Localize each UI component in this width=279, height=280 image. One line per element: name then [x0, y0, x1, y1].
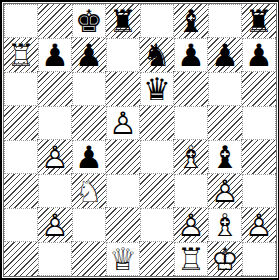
black-pawn-b7: ♟	[38, 38, 72, 72]
black-rook-h8: ♜	[242, 4, 276, 38]
square-f1[interactable]: ♖	[174, 242, 208, 276]
black-queen-e6: ♛	[140, 72, 174, 106]
square-c8[interactable]: ♚	[72, 4, 106, 38]
square-h3[interactable]	[242, 174, 276, 208]
square-c2[interactable]	[72, 208, 106, 242]
diagram-frame: ♚♜♝♜♖♟♟♞♟♟♟♛♙♙♟♗♝♘♙♙♙♗♙♕♖♔	[0, 0, 279, 280]
white-pawn-d5: ♙	[106, 106, 140, 140]
square-f6[interactable]	[174, 72, 208, 106]
square-a3[interactable]	[4, 174, 38, 208]
square-d3[interactable]	[106, 174, 140, 208]
square-d7[interactable]	[106, 38, 140, 72]
square-h1[interactable]	[242, 242, 276, 276]
black-bishop-f8: ♝	[174, 4, 208, 38]
black-pawn-f7: ♟	[174, 38, 208, 72]
square-d1[interactable]: ♕	[106, 242, 140, 276]
square-e2[interactable]	[140, 208, 174, 242]
square-g7[interactable]: ♟	[208, 38, 242, 72]
square-e7[interactable]: ♞	[140, 38, 174, 72]
square-e6[interactable]: ♛	[140, 72, 174, 106]
square-g4[interactable]: ♝	[208, 140, 242, 174]
square-d5[interactable]: ♙	[106, 106, 140, 140]
square-d2[interactable]	[106, 208, 140, 242]
white-rook-a7: ♖	[4, 38, 38, 72]
square-d8[interactable]: ♜	[106, 4, 140, 38]
square-e1[interactable]	[140, 242, 174, 276]
square-g3[interactable]: ♙	[208, 174, 242, 208]
square-b2[interactable]: ♙	[38, 208, 72, 242]
square-g5[interactable]	[208, 106, 242, 140]
black-pawn-h7: ♟	[242, 38, 276, 72]
square-h4[interactable]	[242, 140, 276, 174]
black-rook-d8: ♜	[106, 4, 140, 38]
square-a5[interactable]	[4, 106, 38, 140]
square-d4[interactable]	[106, 140, 140, 174]
square-a6[interactable]	[4, 72, 38, 106]
square-f4[interactable]: ♗	[174, 140, 208, 174]
square-h6[interactable]	[242, 72, 276, 106]
square-c1[interactable]	[72, 242, 106, 276]
square-h2[interactable]: ♙	[242, 208, 276, 242]
square-b7[interactable]: ♟	[38, 38, 72, 72]
square-a2[interactable]	[4, 208, 38, 242]
square-g2[interactable]: ♗	[208, 208, 242, 242]
square-a7[interactable]: ♖	[4, 38, 38, 72]
white-pawn-h2: ♙	[242, 208, 276, 242]
white-pawn-b2: ♙	[38, 208, 72, 242]
white-rook-f1: ♖	[174, 242, 208, 276]
square-c3[interactable]: ♘	[72, 174, 106, 208]
square-g6[interactable]	[208, 72, 242, 106]
black-bishop-g4: ♝	[208, 140, 242, 174]
square-b8[interactable]	[38, 4, 72, 38]
square-f7[interactable]: ♟	[174, 38, 208, 72]
square-h8[interactable]: ♜	[242, 4, 276, 38]
square-g8[interactable]	[208, 4, 242, 38]
chess-board: ♚♜♝♜♖♟♟♞♟♟♟♛♙♙♟♗♝♘♙♙♙♗♙♕♖♔	[3, 3, 277, 277]
square-c6[interactable]	[72, 72, 106, 106]
black-knight-e7: ♞	[140, 38, 174, 72]
square-e4[interactable]	[140, 140, 174, 174]
white-bishop-g2: ♗	[208, 208, 242, 242]
square-a4[interactable]	[4, 140, 38, 174]
square-h5[interactable]	[242, 106, 276, 140]
square-b3[interactable]	[38, 174, 72, 208]
square-b6[interactable]	[38, 72, 72, 106]
white-knight-c3: ♘	[72, 174, 106, 208]
black-pawn-c4: ♟	[72, 140, 106, 174]
square-c4[interactable]: ♟	[72, 140, 106, 174]
square-f3[interactable]	[174, 174, 208, 208]
square-d6[interactable]	[106, 72, 140, 106]
square-e8[interactable]	[140, 4, 174, 38]
square-f8[interactable]: ♝	[174, 4, 208, 38]
square-e3[interactable]	[140, 174, 174, 208]
white-king-g1: ♔	[208, 242, 242, 276]
square-h7[interactable]: ♟	[242, 38, 276, 72]
white-pawn-b4: ♙	[38, 140, 72, 174]
square-a8[interactable]	[4, 4, 38, 38]
square-g1[interactable]: ♔	[208, 242, 242, 276]
white-queen-d1: ♕	[106, 242, 140, 276]
square-c5[interactable]	[72, 106, 106, 140]
white-pawn-f2: ♙	[174, 208, 208, 242]
square-f2[interactable]: ♙	[174, 208, 208, 242]
square-b1[interactable]	[38, 242, 72, 276]
square-e5[interactable]	[140, 106, 174, 140]
black-pawn-c7: ♟	[72, 38, 106, 72]
white-pawn-g3: ♙	[208, 174, 242, 208]
black-king-c8: ♚	[72, 4, 106, 38]
square-f5[interactable]	[174, 106, 208, 140]
white-bishop-f4: ♗	[174, 140, 208, 174]
square-b4[interactable]: ♙	[38, 140, 72, 174]
square-c7[interactable]: ♟	[72, 38, 106, 72]
square-a1[interactable]	[4, 242, 38, 276]
square-b5[interactable]	[38, 106, 72, 140]
black-pawn-g7: ♟	[208, 38, 242, 72]
